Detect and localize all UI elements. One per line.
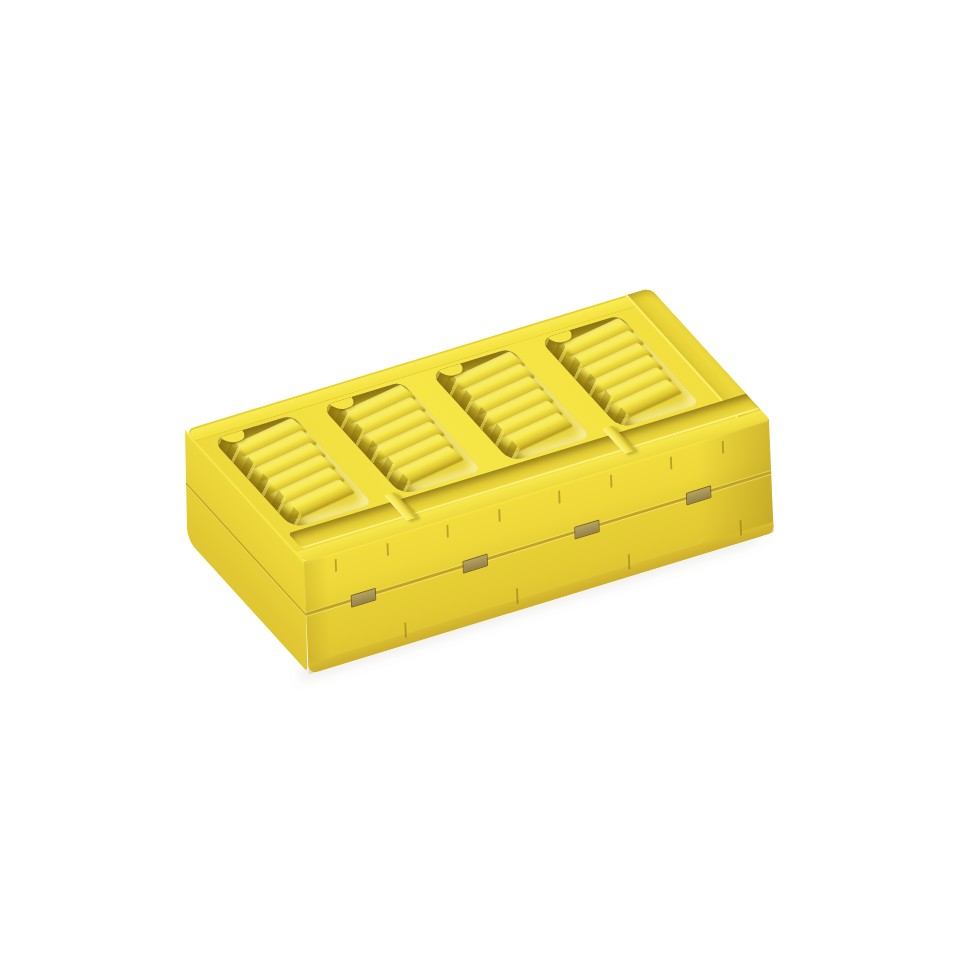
molding-tick-mark (628, 554, 630, 570)
molding-tick-mark (670, 456, 672, 469)
molding-tick-mark (498, 509, 500, 522)
molding-tick-mark (516, 588, 518, 604)
product-photo (0, 0, 966, 966)
molding-tick-mark (387, 543, 389, 556)
latch-tab (351, 588, 377, 608)
molding-tick-mark (558, 491, 560, 504)
latch-tab (462, 554, 488, 574)
molding-tick-mark (446, 525, 448, 538)
latch-tab (574, 519, 600, 539)
molding-tick-mark (335, 559, 337, 572)
tray-bottom-edge (308, 522, 773, 675)
molding-tick-mark (404, 622, 406, 638)
molding-tick-mark (610, 475, 612, 488)
